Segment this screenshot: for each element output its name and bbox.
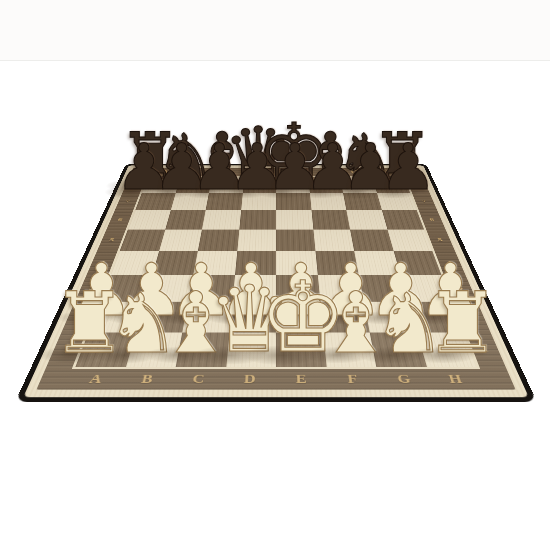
square-c6[interactable] [202,210,241,229]
backdrop-band [0,0,550,61]
pieces-layer: ♜♞♝♛♚♝♞♜♟♟♟♟♟♟♟♟♟♟♟♟♟♟♟♟♜♞♝♛♚♝♞♜ [0,0,550,550]
square-a6[interactable] [128,210,171,229]
square-f6[interactable] [311,210,350,229]
square-b6[interactable] [165,210,206,229]
white-rook-h1[interactable]: ♜ [425,281,500,365]
square-h6[interactable] [382,210,425,229]
square-d6[interactable] [239,210,276,229]
black-pawn-h7[interactable]: ♟ [380,136,437,200]
square-g6[interactable] [346,210,387,229]
square-e6[interactable] [276,210,313,229]
product-image: AABBCCDDEEFFGGHH8877665544332211 ♜♞♝♛♚♝♞… [0,0,550,550]
